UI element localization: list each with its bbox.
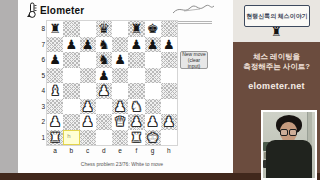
square-a3[interactable] — [47, 99, 63, 115]
rank-label-5: 5 — [37, 68, 46, 84]
rank-label-3: 3 — [37, 99, 46, 115]
square-e2[interactable]: ♛ — [112, 114, 128, 130]
square-f8[interactable]: ♜ — [128, 21, 144, 37]
rook-icon: ♜ — [233, 25, 320, 39]
square-d7[interactable]: ♞ — [96, 37, 112, 53]
square-a1[interactable]: ♜ — [47, 130, 63, 146]
square-d1[interactable] — [96, 130, 112, 146]
file-label-d: d — [96, 146, 112, 155]
square-a5[interactable] — [47, 68, 63, 84]
square-e6[interactable]: ♟ — [112, 52, 128, 68]
square-g2[interactable]: ♟ — [145, 114, 161, 130]
white-piece-a2[interactable]: ♟ — [47, 114, 63, 130]
square-b1[interactable]: h — [63, 130, 79, 146]
overlay-headline: 체스 레이팅을 측정해주는 사이트? elometer.net — [233, 52, 320, 91]
square-h1[interactable] — [161, 130, 177, 146]
channel-name: 현랭신톡의 체스이야기 — [246, 12, 308, 21]
white-piece-e2[interactable]: ♛ — [112, 114, 128, 130]
square-a8[interactable]: ♜ — [47, 21, 63, 37]
square-c3[interactable]: ♟ — [80, 99, 96, 115]
white-piece-f1[interactable]: ♜ — [128, 130, 144, 146]
headline-line2: 측정해주는 사이트? — [233, 62, 320, 72]
square-c7[interactable]: ♟ — [80, 37, 96, 53]
white-piece-g1[interactable]: ♚ — [145, 130, 161, 146]
black-piece-d5[interactable]: ♟ — [96, 68, 112, 84]
square-a7[interactable] — [47, 37, 63, 53]
file-labels: abcdefgh — [47, 146, 177, 155]
square-f3[interactable]: ♞ — [128, 99, 144, 115]
signature-stamp — [170, 2, 216, 20]
logo-text: Elometer — [40, 5, 84, 16]
square-c5[interactable] — [80, 68, 96, 84]
file-label-b: b — [63, 146, 79, 155]
square-c4[interactable] — [80, 83, 96, 99]
square-c6[interactable] — [80, 52, 96, 68]
square-e7[interactable] — [112, 37, 128, 53]
white-piece-c3[interactable]: ♟ — [80, 99, 96, 115]
square-a6[interactable]: ♟ — [47, 52, 63, 68]
square-h6[interactable] — [161, 52, 177, 68]
square-b7[interactable]: ♟ — [63, 37, 79, 53]
glasses-lens — [280, 129, 288, 136]
browser-gutter — [0, 0, 18, 180]
black-piece-g7[interactable]: ♟ — [145, 37, 161, 53]
panel-top: 현랭신톡의 체스이야기 ♜ — [233, 0, 320, 42]
file-label-g: g — [145, 146, 161, 155]
rank-labels: 87654321 — [37, 21, 46, 145]
square-f2[interactable]: ♟ — [128, 114, 144, 130]
elometer-logo: Elometer — [26, 2, 84, 18]
square-b2[interactable] — [63, 114, 79, 130]
square-f6[interactable] — [128, 52, 144, 68]
square-c8[interactable] — [80, 21, 96, 37]
rank-label-6: 6 — [37, 52, 46, 68]
black-piece-c7[interactable]: ♟ — [80, 37, 96, 53]
square-g4[interactable] — [145, 83, 161, 99]
stamp-caption-line — [174, 23, 212, 24]
square-e5[interactable] — [112, 68, 128, 84]
black-piece-f8[interactable]: ♜ — [128, 21, 144, 37]
square-h3[interactable] — [161, 99, 177, 115]
square-e4[interactable] — [112, 83, 128, 99]
square-d6[interactable]: ♞ — [96, 52, 112, 68]
site-url: elometer.net — [233, 81, 320, 91]
square-c1[interactable] — [80, 130, 96, 146]
square-b3[interactable] — [63, 99, 79, 115]
square-d5[interactable]: ♟ — [96, 68, 112, 84]
thermometer-icon — [26, 2, 38, 18]
chess-board: ♜♛♜♚♟♟♞♟♟♟♟♞♟♟♝♟♟♟♞♟♟♛♟♟♟♜h♜♚ — [47, 21, 177, 145]
square-h8[interactable] — [161, 21, 177, 37]
square-e1[interactable] — [112, 130, 128, 146]
webcam-video — [261, 110, 317, 180]
file-label-a: a — [47, 146, 63, 155]
black-piece-d8[interactable]: ♛ — [96, 21, 112, 37]
square-g1[interactable]: ♚ — [145, 130, 161, 146]
problem-caption: Chess problem 23/76: White to move — [47, 161, 197, 167]
square-g5[interactable] — [145, 68, 161, 84]
square-d8[interactable]: ♛ — [96, 21, 112, 37]
square-f1[interactable]: ♜ — [128, 130, 144, 146]
square-g6[interactable] — [145, 52, 161, 68]
glasses-lens — [289, 129, 297, 136]
white-piece-e3[interactable]: ♟ — [112, 99, 128, 115]
black-piece-a6[interactable]: ♟ — [47, 52, 63, 68]
black-piece-h7[interactable]: ♟ — [161, 37, 177, 53]
square-h7[interactable]: ♟ — [161, 37, 177, 53]
black-piece-d6[interactable]: ♞ — [96, 52, 112, 68]
square-e8[interactable] — [112, 21, 128, 37]
rank-label-7: 7 — [37, 37, 46, 53]
black-piece-f7[interactable]: ♟ — [128, 37, 144, 53]
square-a4[interactable]: ♝ — [47, 83, 63, 99]
white-piece-h2[interactable]: ♟ — [161, 114, 177, 130]
channel-name-box: 현랭신톡의 체스이야기 — [244, 5, 310, 27]
glasses-icon — [280, 129, 297, 135]
white-piece-f3[interactable]: ♞ — [128, 99, 144, 115]
headline-line1: 체스 레이팅을 — [233, 52, 320, 62]
square-h4[interactable] — [161, 83, 177, 99]
stamp-caption-line — [174, 21, 212, 22]
square-c2[interactable]: ♟ — [80, 114, 96, 130]
white-piece-a4[interactable]: ♝ — [47, 83, 63, 99]
square-d4[interactable]: ♟ — [96, 83, 112, 99]
white-piece-a1[interactable]: ♜ — [47, 130, 63, 146]
file-label-e: e — [112, 146, 128, 155]
elometer-page: Elometer 87654321 ♜♛♜♚♟♟♞♟♟♟♟♞♟♟♝♟♟♟♞♟♟♛… — [18, 0, 233, 180]
rank-label-8: 8 — [37, 21, 46, 37]
square-e3[interactable]: ♟ — [112, 99, 128, 115]
file-label-h: h — [161, 146, 177, 155]
signature-scribble-icon — [170, 4, 216, 16]
rank-label-2: 2 — [37, 114, 46, 130]
square-d2[interactable] — [96, 114, 112, 130]
black-piece-d7[interactable]: ♞ — [96, 37, 112, 53]
black-piece-e6[interactable]: ♟ — [112, 52, 128, 68]
black-piece-a8[interactable]: ♜ — [47, 21, 63, 37]
square-h2[interactable]: ♟ — [161, 114, 177, 130]
rank-label-4: 4 — [37, 83, 46, 99]
square-f4[interactable] — [128, 83, 144, 99]
white-piece-c2[interactable]: ♟ — [80, 114, 96, 130]
black-piece-b7[interactable]: ♟ — [63, 37, 79, 53]
square-b6[interactable] — [63, 52, 79, 68]
square-a2[interactable]: ♟ — [47, 114, 63, 130]
white-piece-d4[interactable]: ♟ — [96, 83, 112, 99]
square-g8[interactable]: ♚ — [145, 21, 161, 37]
square-b4[interactable] — [63, 83, 79, 99]
clear-input-label: (clear input) — [181, 57, 207, 69]
input-cursor-mark: h — [67, 133, 70, 139]
white-piece-f2[interactable]: ♟ — [128, 114, 144, 130]
square-f7[interactable]: ♟ — [128, 37, 144, 53]
rank-label-1: 1 — [37, 130, 46, 146]
square-h5[interactable] — [161, 68, 177, 84]
square-b5[interactable] — [63, 68, 79, 84]
square-b8[interactable] — [63, 21, 79, 37]
square-d3[interactable] — [96, 99, 112, 115]
square-g3[interactable] — [145, 99, 161, 115]
new-move-button[interactable]: New move (clear input) — [180, 51, 208, 69]
square-g7[interactable]: ♟ — [145, 37, 161, 53]
square-f5[interactable] — [128, 68, 144, 84]
person-shirt — [266, 140, 312, 180]
black-piece-g8[interactable]: ♚ — [145, 21, 161, 37]
file-label-c: c — [80, 146, 96, 155]
file-label-f: f — [128, 146, 144, 155]
video-frame: Elometer 87654321 ♜♛♜♚♟♟♞♟♟♟♟♞♟♟♝♟♟♟♞♟♟♛… — [0, 0, 320, 180]
white-piece-g2[interactable]: ♟ — [145, 114, 161, 130]
